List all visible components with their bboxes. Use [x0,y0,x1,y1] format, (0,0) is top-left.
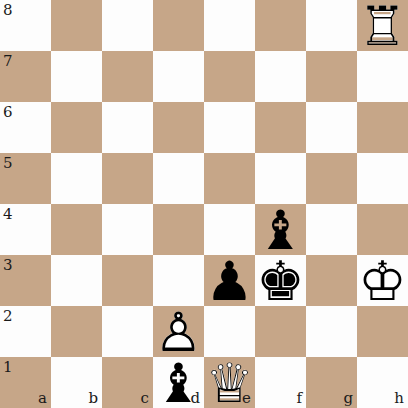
square-e2[interactable] [204,306,255,357]
square-g2[interactable] [306,306,357,357]
square-a4[interactable]: 4 [0,204,51,255]
black-bishop-piece[interactable]: ♝ [255,204,306,255]
black-bishop-glyph: ♝ [255,203,306,254]
file-label-g: g [343,391,353,406]
square-f2[interactable] [255,306,306,357]
file-label-f: f [296,391,302,406]
square-a5[interactable]: 5 [0,153,51,204]
square-a7[interactable]: 7 [0,51,51,102]
square-f1[interactable]: f [255,357,306,408]
square-b4[interactable] [51,204,102,255]
square-f3[interactable]: ♚ [255,255,306,306]
square-f6[interactable] [255,102,306,153]
black-pawn-glyph: ♟ [204,254,255,305]
white-queen-outline-glyph: ♕ [204,356,255,407]
chess-board: 8♜♖7654♝3♟♚♚♔2♟♙1abcd♝e♛♕fgh [0,0,408,408]
rank-label-2: 2 [3,309,13,324]
square-b1[interactable]: b [51,357,102,408]
square-e5[interactable] [204,153,255,204]
square-e4[interactable] [204,204,255,255]
square-h3[interactable]: ♚♔ [357,255,408,306]
square-b2[interactable] [51,306,102,357]
square-a2[interactable]: 2 [0,306,51,357]
square-g7[interactable] [306,51,357,102]
white-rook-outline-glyph: ♖ [357,0,408,50]
rank-label-7: 7 [3,54,13,69]
square-b6[interactable] [51,102,102,153]
square-h7[interactable] [357,51,408,102]
rank-label-6: 6 [3,105,13,120]
square-h5[interactable] [357,153,408,204]
square-d2[interactable]: ♟♙ [153,306,204,357]
square-d4[interactable] [153,204,204,255]
square-f7[interactable] [255,51,306,102]
square-c4[interactable] [102,204,153,255]
square-d7[interactable] [153,51,204,102]
square-a8[interactable]: 8 [0,0,51,51]
square-c8[interactable] [102,0,153,51]
square-f4[interactable]: ♝ [255,204,306,255]
square-d6[interactable] [153,102,204,153]
square-e7[interactable] [204,51,255,102]
square-h2[interactable] [357,306,408,357]
square-e6[interactable] [204,102,255,153]
square-c5[interactable] [102,153,153,204]
white-rook-piece[interactable]: ♜♖ [357,0,408,51]
square-c2[interactable] [102,306,153,357]
rank-label-1: 1 [3,360,13,375]
square-e1[interactable]: e♛♕ [204,357,255,408]
black-king-piece[interactable]: ♚ [255,255,306,306]
rank-label-8: 8 [3,3,13,18]
square-b8[interactable] [51,0,102,51]
square-a1[interactable]: 1a [0,357,51,408]
black-bishop-glyph: ♝ [153,356,204,407]
square-h8[interactable]: ♜♖ [357,0,408,51]
square-f5[interactable] [255,153,306,204]
file-label-a: a [38,391,47,406]
file-label-b: b [88,391,98,406]
white-pawn-piece[interactable]: ♟♙ [153,306,204,357]
square-d8[interactable] [153,0,204,51]
square-c1[interactable]: c [102,357,153,408]
rank-label-4: 4 [3,207,13,222]
square-h1[interactable]: h [357,357,408,408]
square-h6[interactable] [357,102,408,153]
square-g5[interactable] [306,153,357,204]
file-label-h: h [394,391,404,406]
square-h4[interactable] [357,204,408,255]
square-a3[interactable]: 3 [0,255,51,306]
white-king-piece[interactable]: ♚♔ [357,255,408,306]
rank-label-5: 5 [3,156,13,171]
square-b5[interactable] [51,153,102,204]
square-e3[interactable]: ♟ [204,255,255,306]
white-pawn-outline-glyph: ♙ [153,305,204,356]
square-g8[interactable] [306,0,357,51]
square-e8[interactable] [204,0,255,51]
square-g6[interactable] [306,102,357,153]
square-d3[interactable] [153,255,204,306]
square-c3[interactable] [102,255,153,306]
square-d5[interactable] [153,153,204,204]
rank-label-3: 3 [3,258,13,273]
white-king-outline-glyph: ♔ [357,254,408,305]
square-g3[interactable] [306,255,357,306]
square-g4[interactable] [306,204,357,255]
square-b3[interactable] [51,255,102,306]
square-f8[interactable] [255,0,306,51]
square-c7[interactable] [102,51,153,102]
square-b7[interactable] [51,51,102,102]
file-label-c: c [141,391,149,406]
white-queen-piece[interactable]: ♛♕ [204,357,255,408]
black-pawn-piece[interactable]: ♟ [204,255,255,306]
square-d1[interactable]: d♝ [153,357,204,408]
square-a6[interactable]: 6 [0,102,51,153]
black-king-glyph: ♚ [255,254,306,305]
square-g1[interactable]: g [306,357,357,408]
black-bishop-piece[interactable]: ♝ [153,357,204,408]
square-c6[interactable] [102,102,153,153]
